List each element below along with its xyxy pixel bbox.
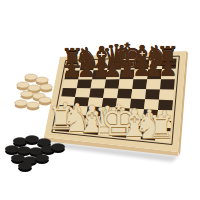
- board-square: [132, 79, 147, 89]
- board-square: [118, 79, 133, 89]
- board-square: [145, 89, 160, 99]
- board-square: [63, 79, 78, 88]
- board-square: [83, 125, 99, 135]
- board-square: [156, 120, 171, 131]
- board-square: [61, 88, 77, 97]
- checker-disc-dark: [18, 163, 32, 170]
- board-square: [91, 79, 106, 88]
- board-square: [89, 88, 104, 98]
- board-square: [56, 114, 72, 124]
- board-square: [94, 61, 109, 71]
- chess-board-photo: ····· ···· ··· ······ ···: [0, 0, 200, 200]
- board-square: [88, 97, 104, 107]
- board-square: [120, 70, 135, 80]
- board-square: [160, 79, 175, 89]
- board-square: [69, 123, 85, 133]
- checker-disc-dark: [23, 157, 37, 164]
- board-square: [107, 60, 122, 70]
- checker-disc-light: [25, 74, 38, 80]
- board-square: [113, 117, 128, 128]
- board-square: [131, 89, 146, 99]
- checker-disc-light: [27, 102, 40, 108]
- scene: ····· ···· ··· ······ ··· ♜♞♝♛♚♝♞♜♟♟♟♟♟♟…: [0, 0, 200, 200]
- board-square: [128, 118, 143, 129]
- board-square: [55, 122, 71, 132]
- board-square: [99, 116, 115, 127]
- checker-disc-dark: [13, 138, 27, 145]
- board-square: [74, 97, 90, 107]
- board-square: [146, 79, 161, 89]
- board-square: [105, 79, 120, 89]
- checker-disc-dark: [37, 139, 51, 146]
- board-square: [126, 128, 141, 139]
- board-square: [142, 119, 157, 130]
- board-square: [103, 89, 118, 99]
- board-square: [147, 69, 162, 79]
- board-square: [72, 106, 88, 116]
- board-square: [115, 108, 130, 119]
- board-square: [65, 71, 80, 80]
- board-square: [92, 70, 107, 79]
- checker-disc-light: [40, 84, 53, 90]
- board-square: [112, 127, 128, 138]
- board-square: [117, 89, 132, 99]
- board-square: [141, 129, 156, 140]
- checker-disc-light: [39, 97, 52, 103]
- board-square: [159, 90, 174, 101]
- board-square: [60, 97, 76, 106]
- board-square: [106, 70, 121, 80]
- board-square: [78, 70, 93, 79]
- checker-disc-light: [15, 100, 28, 106]
- board-square: [102, 98, 117, 108]
- board-square: [158, 100, 173, 111]
- board-square: [162, 58, 177, 69]
- checker-disc-dark: [29, 148, 43, 155]
- board-square: [161, 69, 176, 80]
- board-square: [80, 61, 95, 70]
- checker-disc-light: [36, 77, 49, 83]
- board-square: [129, 109, 144, 120]
- board-square: [58, 105, 74, 114]
- board-square: [101, 107, 116, 117]
- chess-board: ····· ···· ··· ······ ···: [44, 51, 188, 156]
- checker-disc-light: [17, 82, 30, 88]
- checker-disc-light: [21, 91, 34, 97]
- board-square: [157, 110, 172, 121]
- board-square: [121, 60, 136, 70]
- checker-disc-light: [28, 85, 41, 91]
- board-square: [98, 126, 114, 137]
- board-square: [155, 130, 170, 142]
- board-square: [116, 98, 131, 108]
- board-square: [135, 59, 150, 69]
- board-square: [71, 115, 87, 125]
- checker-disc-dark: [17, 147, 31, 154]
- board-square: [143, 109, 158, 120]
- checker-disc-dark: [35, 155, 49, 162]
- checker-disc-dark: [25, 136, 39, 143]
- board-square: [86, 107, 102, 117]
- checker-disc-dark: [5, 146, 19, 153]
- board-square: [148, 59, 163, 69]
- board-square: [77, 79, 92, 88]
- board-square: [144, 99, 159, 110]
- board-square: [75, 88, 90, 97]
- checker-disc-dark: [11, 155, 25, 162]
- board-square: [133, 69, 148, 79]
- board-square: [85, 116, 101, 126]
- checker-disc-dark: [51, 144, 65, 151]
- board-square: [66, 62, 81, 71]
- board-square: [130, 99, 145, 109]
